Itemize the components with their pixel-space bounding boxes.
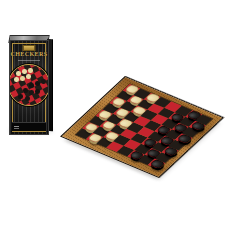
box-title: CHECKERS	[10, 51, 48, 57]
box-bottom-strip	[12, 122, 46, 131]
box-front-face: CHECKERS	[9, 40, 49, 135]
box-circle-artwork	[9, 64, 49, 106]
box-subtitle-line	[18, 60, 40, 61]
product-photo: CHECKERS	[0, 0, 228, 228]
board-wood-border	[62, 77, 222, 176]
box-fine-print	[14, 126, 19, 127]
box-art-black-pieces	[29, 83, 34, 88]
checkers-box: CHECKERS	[8, 35, 52, 135]
checkers-board	[60, 76, 224, 178]
checkers-board-grid	[74, 83, 213, 170]
box-art-cream-pieces	[16, 71, 21, 76]
board-outer-rim	[60, 76, 224, 178]
